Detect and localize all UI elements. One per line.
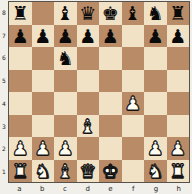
rank-label-3: 3 (0, 115, 8, 138)
square-e6[interactable] (99, 47, 122, 70)
square-h4[interactable] (167, 92, 190, 115)
square-e5[interactable] (99, 70, 122, 93)
square-f8[interactable]: ♝ (122, 2, 145, 25)
square-f6[interactable] (122, 47, 145, 70)
square-g2[interactable]: ♟ (144, 137, 167, 160)
file-label-d: d (76, 183, 99, 194)
white-king[interactable]: ♚ (102, 160, 119, 183)
square-f1[interactable] (122, 160, 145, 183)
square-b8[interactable] (32, 2, 55, 25)
square-b7[interactable]: ♟ (32, 25, 55, 48)
square-a1[interactable]: ♜ (9, 160, 32, 183)
white-pawn[interactable]: ♟ (124, 92, 141, 115)
rank-label-4: 4 (0, 92, 8, 115)
black-pawn[interactable]: ♟ (79, 25, 96, 48)
square-a8[interactable]: ♜ (9, 2, 32, 25)
file-label-c: c (54, 183, 77, 194)
black-pawn[interactable]: ♟ (147, 25, 164, 48)
square-e4[interactable] (99, 92, 122, 115)
white-bishop[interactable]: ♝ (79, 115, 96, 138)
chess-board-widget: 87654321 ♜♝♛♚♝♞♜♟♟♟♟♟♟♟♞♟♝♟♟♟♟♟♜♞♝♛♚♞♜ a… (0, 0, 192, 194)
square-d4[interactable] (77, 92, 100, 115)
file-label-a: a (8, 183, 31, 194)
square-g8[interactable]: ♞ (144, 2, 167, 25)
square-c5[interactable] (54, 70, 77, 93)
square-f3[interactable] (122, 115, 145, 138)
square-h1[interactable]: ♜ (167, 160, 190, 183)
white-pawn[interactable]: ♟ (34, 137, 51, 160)
black-knight[interactable]: ♞ (57, 47, 74, 70)
square-b2[interactable]: ♟ (32, 137, 55, 160)
square-h7[interactable]: ♟ (167, 25, 190, 48)
square-f4[interactable]: ♟ (122, 92, 145, 115)
rank-labels: 87654321 (0, 1, 8, 183)
white-pawn[interactable]: ♟ (57, 137, 74, 160)
square-f2[interactable] (122, 137, 145, 160)
white-knight[interactable]: ♞ (34, 160, 51, 183)
square-g3[interactable] (144, 115, 167, 138)
rank-label-7: 7 (0, 24, 8, 47)
square-h6[interactable] (167, 47, 190, 70)
file-label-f: f (122, 183, 145, 194)
square-a2[interactable]: ♟ (9, 137, 32, 160)
square-c3[interactable] (54, 115, 77, 138)
file-label-e: e (99, 183, 122, 194)
black-rook[interactable]: ♜ (169, 2, 186, 25)
square-a3[interactable] (9, 115, 32, 138)
square-a4[interactable] (9, 92, 32, 115)
black-pawn[interactable]: ♟ (169, 25, 186, 48)
black-pawn[interactable]: ♟ (57, 25, 74, 48)
square-d1[interactable]: ♛ (77, 160, 100, 183)
square-e2[interactable] (99, 137, 122, 160)
square-c2[interactable]: ♟ (54, 137, 77, 160)
black-king[interactable]: ♚ (102, 2, 119, 25)
black-bishop[interactable]: ♝ (57, 2, 74, 25)
square-d6[interactable] (77, 47, 100, 70)
square-g7[interactable]: ♟ (144, 25, 167, 48)
rank-label-5: 5 (0, 69, 8, 92)
square-d7[interactable]: ♟ (77, 25, 100, 48)
black-pawn[interactable]: ♟ (102, 25, 119, 48)
square-g5[interactable] (144, 70, 167, 93)
white-knight[interactable]: ♞ (147, 160, 164, 183)
file-label-h: h (167, 183, 190, 194)
square-b5[interactable] (32, 70, 55, 93)
square-c8[interactable]: ♝ (54, 2, 77, 25)
black-pawn[interactable]: ♟ (34, 25, 51, 48)
file-label-b: b (31, 183, 54, 194)
square-a7[interactable]: ♟ (9, 25, 32, 48)
black-knight[interactable]: ♞ (147, 2, 164, 25)
square-e3[interactable] (99, 115, 122, 138)
file-labels: abcdefgh (8, 183, 190, 194)
rank-label-6: 6 (0, 47, 8, 70)
square-h3[interactable] (167, 115, 190, 138)
square-h8[interactable]: ♜ (167, 2, 190, 25)
square-c4[interactable] (54, 92, 77, 115)
white-queen[interactable]: ♛ (79, 160, 96, 183)
black-rook[interactable]: ♜ (12, 2, 29, 25)
black-pawn[interactable]: ♟ (12, 25, 29, 48)
square-b1[interactable]: ♞ (32, 160, 55, 183)
white-pawn[interactable]: ♟ (147, 137, 164, 160)
square-c6[interactable]: ♞ (54, 47, 77, 70)
square-h2[interactable]: ♟ (167, 137, 190, 160)
chess-board: ♜♝♛♚♝♞♜♟♟♟♟♟♟♟♞♟♝♟♟♟♟♟♜♞♝♛♚♞♜ (8, 1, 190, 183)
white-pawn[interactable]: ♟ (169, 137, 186, 160)
square-d5[interactable] (77, 70, 100, 93)
square-c7[interactable]: ♟ (54, 25, 77, 48)
square-d8[interactable]: ♛ (77, 2, 100, 25)
square-g4[interactable] (144, 92, 167, 115)
white-bishop[interactable]: ♝ (57, 160, 74, 183)
square-d3[interactable]: ♝ (77, 115, 100, 138)
square-c1[interactable]: ♝ (54, 160, 77, 183)
file-label-g: g (145, 183, 168, 194)
square-b6[interactable] (32, 47, 55, 70)
square-a5[interactable] (9, 70, 32, 93)
white-pawn[interactable]: ♟ (12, 137, 29, 160)
square-b3[interactable] (32, 115, 55, 138)
rank-label-8: 8 (0, 1, 8, 24)
square-f5[interactable] (122, 70, 145, 93)
square-b4[interactable] (32, 92, 55, 115)
square-h5[interactable] (167, 70, 190, 93)
square-e1[interactable]: ♚ (99, 160, 122, 183)
white-rook[interactable]: ♜ (169, 160, 186, 183)
black-bishop[interactable]: ♝ (124, 2, 141, 25)
square-d2[interactable] (77, 137, 100, 160)
white-rook[interactable]: ♜ (12, 160, 29, 183)
rank-label-1: 1 (0, 160, 8, 183)
rank-label-2: 2 (0, 138, 8, 161)
square-e7[interactable]: ♟ (99, 25, 122, 48)
black-queen[interactable]: ♛ (79, 2, 96, 25)
square-g1[interactable]: ♞ (144, 160, 167, 183)
square-a6[interactable] (9, 47, 32, 70)
square-e8[interactable]: ♚ (99, 2, 122, 25)
square-g6[interactable] (144, 47, 167, 70)
square-f7[interactable] (122, 25, 145, 48)
